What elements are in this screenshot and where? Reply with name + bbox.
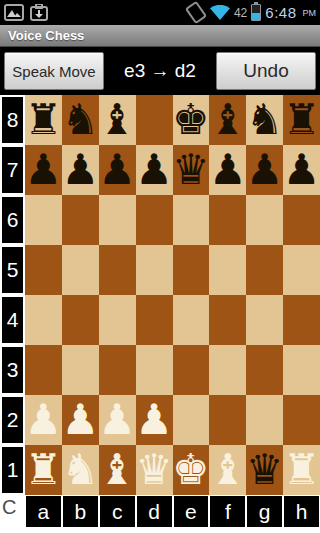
square-h7[interactable]: ♟ (283, 145, 320, 195)
square-d1[interactable]: ♛ (136, 445, 173, 495)
speak-move-button[interactable]: Speak Move (4, 52, 104, 90)
square-b6[interactable] (62, 195, 99, 245)
white-queen: ♛ (136, 445, 173, 495)
chess-board: ♜♞♝♚♝♞♜♟♟♟♟♛♟♟♟♟♟♟♟♜♞♝♛♚♝♛♜ (25, 95, 320, 495)
file-label-strip: C abcdefgh (0, 495, 320, 533)
square-a6[interactable] (25, 195, 62, 245)
white-rook: ♜ (25, 445, 62, 495)
battery-icon (251, 4, 261, 21)
file-label-h: h (284, 496, 319, 527)
rank-label-5: 5 (2, 247, 23, 293)
square-c7[interactable]: ♟ (99, 145, 136, 195)
square-g8[interactable]: ♞ (246, 95, 283, 145)
square-f4[interactable] (209, 295, 246, 345)
notification-icons (4, 4, 48, 21)
file-label-c: c (100, 496, 135, 527)
white-pawn: ♟ (25, 395, 62, 445)
voice-chess-app: 42 6:48 PM Voice Chess Speak Move e3 → d… (0, 0, 320, 533)
square-d8[interactable] (136, 95, 173, 145)
square-f5[interactable] (209, 245, 246, 295)
square-f8[interactable]: ♝ (209, 95, 246, 145)
square-f2[interactable] (209, 395, 246, 445)
title-bar: Voice Chess (0, 25, 320, 47)
board-area: 87654321 ♜♞♝♚♝♞♜♟♟♟♟♛♟♟♟♟♟♟♟♜♞♝♛♚♝♛♜ (0, 95, 320, 495)
black-knight: ♞ (62, 95, 99, 145)
square-a2[interactable]: ♟ (25, 395, 62, 445)
square-c3[interactable] (99, 345, 136, 395)
square-e4[interactable] (173, 295, 210, 345)
vibrate-icon (185, 1, 207, 25)
black-bishop: ♝ (99, 95, 136, 145)
file-label-g: g (247, 496, 282, 527)
square-d5[interactable] (136, 245, 173, 295)
gallery-icon (4, 4, 24, 21)
square-b3[interactable] (62, 345, 99, 395)
white-bishop: ♝ (99, 445, 136, 495)
square-a7[interactable]: ♟ (25, 145, 62, 195)
square-e3[interactable] (173, 345, 210, 395)
file-labels: abcdefgh (25, 495, 320, 533)
square-c4[interactable] (99, 295, 136, 345)
rank-label-1: 1 (2, 447, 23, 493)
square-b4[interactable] (62, 295, 99, 345)
file-label-a: a (26, 496, 61, 527)
black-pawn: ♟ (246, 145, 283, 195)
square-b8[interactable]: ♞ (62, 95, 99, 145)
square-f7[interactable]: ♟ (209, 145, 246, 195)
black-pawn: ♟ (209, 145, 246, 195)
square-h6[interactable] (283, 195, 320, 245)
square-g6[interactable] (246, 195, 283, 245)
square-f3[interactable] (209, 345, 246, 395)
white-king: ♚ (173, 445, 210, 495)
status-bar: 42 6:48 PM (0, 0, 320, 25)
square-b5[interactable] (62, 245, 99, 295)
clock: 6:48 (265, 4, 296, 21)
square-a3[interactable] (25, 345, 62, 395)
black-king: ♚ (173, 95, 210, 145)
square-g4[interactable] (246, 295, 283, 345)
white-rook: ♜ (283, 445, 320, 495)
battery-percent: 42 (234, 6, 247, 20)
square-e2[interactable] (173, 395, 210, 445)
square-g1[interactable]: ♛ (246, 445, 283, 495)
white-pawn: ♟ (99, 395, 136, 445)
corner-label: C (0, 495, 25, 533)
black-pawn: ♟ (136, 145, 173, 195)
rank-label-7: 7 (2, 147, 23, 193)
square-f6[interactable] (209, 195, 246, 245)
square-f1[interactable]: ♝ (209, 445, 246, 495)
square-e1[interactable]: ♚ (173, 445, 210, 495)
system-status-icons: 42 6:48 PM (189, 3, 316, 22)
file-label-f: f (210, 496, 245, 527)
square-a8[interactable]: ♜ (25, 95, 62, 145)
square-b7[interactable]: ♟ (62, 145, 99, 195)
square-h3[interactable] (283, 345, 320, 395)
square-g7[interactable]: ♟ (246, 145, 283, 195)
black-pawn: ♟ (99, 145, 136, 195)
square-c2[interactable]: ♟ (99, 395, 136, 445)
download-box-icon (30, 4, 48, 21)
square-b1[interactable]: ♞ (62, 445, 99, 495)
square-e5[interactable] (173, 245, 210, 295)
white-pawn: ♟ (62, 395, 99, 445)
square-h1[interactable]: ♜ (283, 445, 320, 495)
square-d7[interactable]: ♟ (136, 145, 173, 195)
black-rook: ♜ (25, 95, 62, 145)
white-knight: ♞ (62, 445, 99, 495)
undo-button[interactable]: Undo (216, 52, 316, 90)
square-d4[interactable] (136, 295, 173, 345)
square-d6[interactable] (136, 195, 173, 245)
black-pawn: ♟ (25, 145, 62, 195)
square-g5[interactable] (246, 245, 283, 295)
square-c5[interactable] (99, 245, 136, 295)
square-h5[interactable] (283, 245, 320, 295)
rank-label-2: 2 (2, 397, 23, 443)
square-a4[interactable] (25, 295, 62, 345)
white-pawn: ♟ (136, 395, 173, 445)
square-b2[interactable]: ♟ (62, 395, 99, 445)
rank-label-8: 8 (2, 97, 23, 143)
square-h8[interactable]: ♜ (283, 95, 320, 145)
square-e8[interactable]: ♚ (173, 95, 210, 145)
square-d3[interactable] (136, 345, 173, 395)
toolbar: Speak Move e3 → d2 Undo (0, 47, 320, 95)
black-knight: ♞ (246, 95, 283, 145)
square-c1[interactable]: ♝ (99, 445, 136, 495)
square-a5[interactable] (25, 245, 62, 295)
black-pawn: ♟ (283, 145, 320, 195)
clock-period: PM (303, 8, 317, 18)
square-c8[interactable]: ♝ (99, 95, 136, 145)
black-queen: ♛ (246, 445, 283, 495)
square-e7[interactable]: ♛ (173, 145, 210, 195)
square-d2[interactable]: ♟ (136, 395, 173, 445)
black-bishop: ♝ (209, 95, 246, 145)
square-e6[interactable] (173, 195, 210, 245)
black-rook: ♜ (283, 95, 320, 145)
square-a1[interactable]: ♜ (25, 445, 62, 495)
rank-labels: 87654321 (0, 95, 25, 495)
file-label-d: d (137, 496, 172, 527)
white-bishop: ♝ (209, 445, 246, 495)
square-h4[interactable] (283, 295, 320, 345)
square-c6[interactable] (99, 195, 136, 245)
file-label-b: b (63, 496, 98, 527)
black-pawn: ♟ (62, 145, 99, 195)
rank-label-3: 3 (2, 347, 23, 393)
black-queen: ♛ (173, 145, 210, 195)
rank-label-6: 6 (2, 197, 23, 243)
app-title: Voice Chess (8, 28, 84, 43)
square-h2[interactable] (283, 395, 320, 445)
square-g3[interactable] (246, 345, 283, 395)
wifi-icon (210, 5, 230, 20)
file-label-e: e (174, 496, 209, 527)
move-display: e3 → d2 (104, 60, 216, 82)
square-g2[interactable] (246, 395, 283, 445)
rank-label-4: 4 (2, 297, 23, 343)
